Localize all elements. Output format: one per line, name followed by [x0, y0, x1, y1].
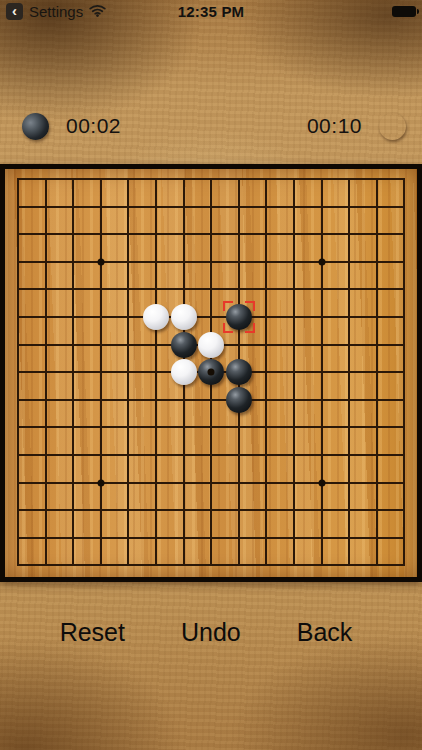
- intersection-c8r11[interactable]: [225, 469, 253, 497]
- intersection-c11r6[interactable]: [308, 331, 336, 359]
- intersection-c7r5[interactable]: [197, 303, 225, 331]
- intersection-c10r9[interactable]: [280, 414, 308, 442]
- intersection-c4r1[interactable]: [115, 193, 143, 221]
- intersection-c9r13[interactable]: [253, 524, 281, 552]
- star-point: [97, 479, 104, 486]
- intersection-c6r6[interactable]: [170, 331, 198, 359]
- back-button[interactable]: Back: [297, 612, 353, 652]
- intersection-c2r13[interactable]: [59, 524, 87, 552]
- intersection-c14r6[interactable]: [391, 331, 419, 359]
- intersection-c1r14[interactable]: [32, 552, 60, 580]
- intersection-c2r1[interactable]: [59, 193, 87, 221]
- intersection-c14r14[interactable]: [391, 552, 419, 580]
- black-stone: [226, 304, 252, 330]
- intersection-c0r11[interactable]: [4, 469, 32, 497]
- intersection-c7r12[interactable]: [197, 496, 225, 524]
- intersection-c6r11[interactable]: [170, 469, 198, 497]
- intersection-c1r12[interactable]: [32, 496, 60, 524]
- intersection-c9r7[interactable]: [253, 358, 281, 386]
- intersection-c2r8[interactable]: [59, 386, 87, 414]
- intersection-c2r14[interactable]: [59, 552, 87, 580]
- intersection-c13r9[interactable]: [363, 414, 391, 442]
- intersection-c3r13[interactable]: [87, 524, 115, 552]
- intersection-c12r2[interactable]: [335, 220, 363, 248]
- intersection-c3r1[interactable]: [87, 193, 115, 221]
- intersection-c5r6[interactable]: [142, 331, 170, 359]
- intersection-c14r1[interactable]: [391, 193, 419, 221]
- intersection-c14r0[interactable]: [391, 165, 419, 193]
- intersection-c3r12[interactable]: [87, 496, 115, 524]
- intersection-c12r7[interactable]: [335, 358, 363, 386]
- intersection-c14r2[interactable]: [391, 220, 419, 248]
- intersection-c9r2[interactable]: [253, 220, 281, 248]
- intersection-c8r9[interactable]: [225, 414, 253, 442]
- intersection-c10r8[interactable]: [280, 386, 308, 414]
- status-time: 12:35 PM: [178, 3, 245, 20]
- black-stone-icon: [22, 113, 49, 140]
- intersection-c2r11[interactable]: [59, 469, 87, 497]
- intersection-c10r2[interactable]: [280, 220, 308, 248]
- intersection-c6r9[interactable]: [170, 414, 198, 442]
- intersection-c9r10[interactable]: [253, 441, 281, 469]
- intersection-c0r8[interactable]: [4, 386, 32, 414]
- intersection-c4r7[interactable]: [115, 358, 143, 386]
- intersection-c0r14[interactable]: [4, 552, 32, 580]
- intersection-c1r1[interactable]: [32, 193, 60, 221]
- intersection-c4r5[interactable]: [115, 303, 143, 331]
- star-point: [208, 369, 215, 376]
- intersection-c0r12[interactable]: [4, 496, 32, 524]
- intersection-c6r14[interactable]: [170, 552, 198, 580]
- intersection-c5r1[interactable]: [142, 193, 170, 221]
- intersection-c1r13[interactable]: [32, 524, 60, 552]
- intersection-c13r0[interactable]: [363, 165, 391, 193]
- intersection-c7r1[interactable]: [197, 193, 225, 221]
- intersection-c2r7[interactable]: [59, 358, 87, 386]
- intersection-c8r1[interactable]: [225, 193, 253, 221]
- battery-icon: [392, 6, 416, 17]
- intersection-c12r5[interactable]: [335, 303, 363, 331]
- intersection-c14r13[interactable]: [391, 524, 419, 552]
- intersection-c14r4[interactable]: [391, 276, 419, 304]
- intersection-c5r13[interactable]: [142, 524, 170, 552]
- intersection-c12r8[interactable]: [335, 386, 363, 414]
- intersection-c9r1[interactable]: [253, 193, 281, 221]
- intersection-c7r13[interactable]: [197, 524, 225, 552]
- star-point: [97, 258, 104, 265]
- intersection-c4r14[interactable]: [115, 552, 143, 580]
- intersection-c4r8[interactable]: [115, 386, 143, 414]
- intersection-c7r2[interactable]: [197, 220, 225, 248]
- intersection-c0r9[interactable]: [4, 414, 32, 442]
- player-clocks: 00:02 00:10: [0, 105, 422, 147]
- intersection-c0r1[interactable]: [4, 193, 32, 221]
- intersection-c4r3[interactable]: [115, 248, 143, 276]
- intersection-c8r6[interactable]: [225, 331, 253, 359]
- white-stone: [171, 359, 197, 385]
- intersection-c9r6[interactable]: [253, 331, 281, 359]
- intersection-c11r14[interactable]: [308, 552, 336, 580]
- undo-button[interactable]: Undo: [181, 612, 241, 652]
- intersection-c1r0[interactable]: [32, 165, 60, 193]
- intersection-c8r2[interactable]: [225, 220, 253, 248]
- intersection-c6r10[interactable]: [170, 441, 198, 469]
- intersection-c9r5[interactable]: [253, 303, 281, 331]
- intersection-c5r9[interactable]: [142, 414, 170, 442]
- intersection-c2r10[interactable]: [59, 441, 87, 469]
- intersection-c10r0[interactable]: [280, 165, 308, 193]
- star-point: [318, 479, 325, 486]
- intersection-c13r8[interactable]: [363, 386, 391, 414]
- intersection-c5r8[interactable]: [142, 386, 170, 414]
- intersection-c10r3[interactable]: [280, 248, 308, 276]
- intersection-c9r11[interactable]: [253, 469, 281, 497]
- grid-lines: [17, 178, 405, 566]
- intersection-c7r9[interactable]: [197, 414, 225, 442]
- intersection-c14r8[interactable]: [391, 386, 419, 414]
- intersection-c5r0[interactable]: [142, 165, 170, 193]
- intersection-c10r1[interactable]: [280, 193, 308, 221]
- intersection-c0r3[interactable]: [4, 248, 32, 276]
- intersection-c8r8[interactable]: [225, 386, 253, 414]
- intersection-c0r7[interactable]: [4, 358, 32, 386]
- intersection-c13r7[interactable]: [363, 358, 391, 386]
- intersection-c7r14[interactable]: [197, 552, 225, 580]
- intersection-c1r6[interactable]: [32, 331, 60, 359]
- intersection-c5r2[interactable]: [142, 220, 170, 248]
- intersection-c6r8[interactable]: [170, 386, 198, 414]
- intersection-c14r11[interactable]: [391, 469, 419, 497]
- intersection-c3r8[interactable]: [87, 386, 115, 414]
- game-board: [0, 164, 422, 582]
- intersection-c0r10[interactable]: [4, 441, 32, 469]
- intersection-c4r9[interactable]: [115, 414, 143, 442]
- intersection-c9r9[interactable]: [253, 414, 281, 442]
- intersection-c7r4[interactable]: [197, 276, 225, 304]
- intersection-c13r1[interactable]: [363, 193, 391, 221]
- intersection-c11r13[interactable]: [308, 524, 336, 552]
- intersection-c7r8[interactable]: [197, 386, 225, 414]
- back-app-label[interactable]: Settings: [29, 3, 83, 20]
- intersection-c9r3[interactable]: [253, 248, 281, 276]
- intersection-c13r13[interactable]: [363, 524, 391, 552]
- intersection-c9r14[interactable]: [253, 552, 281, 580]
- intersection-c3r4[interactable]: [87, 276, 115, 304]
- black-stone: [171, 332, 197, 358]
- intersection-c13r6[interactable]: [363, 331, 391, 359]
- intersection-c5r11[interactable]: [142, 469, 170, 497]
- black-clock-time: 00:02: [66, 114, 121, 138]
- intersection-c12r3[interactable]: [335, 248, 363, 276]
- intersection-c10r12[interactable]: [280, 496, 308, 524]
- intersection-c4r13[interactable]: [115, 524, 143, 552]
- intersection-c2r4[interactable]: [59, 276, 87, 304]
- reset-button[interactable]: Reset: [60, 612, 125, 652]
- intersection-c14r9[interactable]: [391, 414, 419, 442]
- intersection-c2r0[interactable]: [59, 165, 87, 193]
- intersection-c4r2[interactable]: [115, 220, 143, 248]
- intersection-c0r2[interactable]: [4, 220, 32, 248]
- intersection-c2r9[interactable]: [59, 414, 87, 442]
- intersection-c4r12[interactable]: [115, 496, 143, 524]
- intersection-c6r3[interactable]: [170, 248, 198, 276]
- back-to-settings-button[interactable]: ‹: [6, 3, 23, 20]
- intersection-c8r13[interactable]: [225, 524, 253, 552]
- intersection-c11r9[interactable]: [308, 414, 336, 442]
- intersection-c10r14[interactable]: [280, 552, 308, 580]
- intersection-c12r9[interactable]: [335, 414, 363, 442]
- intersection-c12r12[interactable]: [335, 496, 363, 524]
- intersection-c6r1[interactable]: [170, 193, 198, 221]
- intersection-c3r10[interactable]: [87, 441, 115, 469]
- intersection-c6r0[interactable]: [170, 165, 198, 193]
- intersection-c5r4[interactable]: [142, 276, 170, 304]
- intersection-c10r7[interactable]: [280, 358, 308, 386]
- white-stone-icon: [379, 113, 406, 140]
- intersection-c1r5[interactable]: [32, 303, 60, 331]
- intersection-c4r4[interactable]: [115, 276, 143, 304]
- intersection-c12r0[interactable]: [335, 165, 363, 193]
- back-chevron-icon: ‹: [12, 3, 17, 18]
- intersection-c14r12[interactable]: [391, 496, 419, 524]
- intersection-c8r12[interactable]: [225, 496, 253, 524]
- intersection-c1r4[interactable]: [32, 276, 60, 304]
- intersection-c11r7[interactable]: [308, 358, 336, 386]
- intersection-c10r11[interactable]: [280, 469, 308, 497]
- intersection-c13r2[interactable]: [363, 220, 391, 248]
- intersection-c0r0[interactable]: [4, 165, 32, 193]
- intersection-c6r2[interactable]: [170, 220, 198, 248]
- intersection-c7r10[interactable]: [197, 441, 225, 469]
- intersection-c5r10[interactable]: [142, 441, 170, 469]
- intersection-c10r4[interactable]: [280, 276, 308, 304]
- intersection-c14r3[interactable]: [391, 248, 419, 276]
- intersection-c0r13[interactable]: [4, 524, 32, 552]
- intersection-c12r4[interactable]: [335, 276, 363, 304]
- intersection-c3r0[interactable]: [87, 165, 115, 193]
- intersection-c6r12[interactable]: [170, 496, 198, 524]
- intersection-c14r10[interactable]: [391, 441, 419, 469]
- intersection-c2r2[interactable]: [59, 220, 87, 248]
- intersection-c13r14[interactable]: [363, 552, 391, 580]
- intersection-c12r10[interactable]: [335, 441, 363, 469]
- intersection-c7r11[interactable]: [197, 469, 225, 497]
- status-bar: ‹ Settings 12:35 PM: [0, 0, 422, 22]
- intersection-c4r0[interactable]: [115, 165, 143, 193]
- intersection-c0r4[interactable]: [4, 276, 32, 304]
- intersection-c11r8[interactable]: [308, 386, 336, 414]
- intersection-c9r4[interactable]: [253, 276, 281, 304]
- intersection-c10r10[interactable]: [280, 441, 308, 469]
- intersection-c3r2[interactable]: [87, 220, 115, 248]
- intersection-c1r2[interactable]: [32, 220, 60, 248]
- intersection-c3r7[interactable]: [87, 358, 115, 386]
- intersection-c0r5[interactable]: [4, 303, 32, 331]
- intersection-c13r4[interactable]: [363, 276, 391, 304]
- intersection-c4r6[interactable]: [115, 331, 143, 359]
- intersection-c8r5[interactable]: [225, 303, 253, 331]
- intersection-c11r12[interactable]: [308, 496, 336, 524]
- intersection-c3r5[interactable]: [87, 303, 115, 331]
- intersection-c13r5[interactable]: [363, 303, 391, 331]
- gomoku-app-screen: ‹ Settings 12:35 PM 00:02: [0, 0, 422, 750]
- intersection-c9r0[interactable]: [253, 165, 281, 193]
- intersection-c5r14[interactable]: [142, 552, 170, 580]
- intersection-c7r0[interactable]: [197, 165, 225, 193]
- white-clock-time: 00:10: [307, 114, 362, 138]
- intersection-c10r6[interactable]: [280, 331, 308, 359]
- intersection-c12r11[interactable]: [335, 469, 363, 497]
- intersection-c12r14[interactable]: [335, 552, 363, 580]
- intersection-c11r5[interactable]: [308, 303, 336, 331]
- black-stone: [226, 359, 252, 385]
- intersection-c3r6[interactable]: [87, 331, 115, 359]
- intersection-c8r7[interactable]: [225, 358, 253, 386]
- intersection-c4r10[interactable]: [115, 441, 143, 469]
- intersection-c8r0[interactable]: [225, 165, 253, 193]
- white-stone: [198, 332, 224, 358]
- intersection-c8r3[interactable]: [225, 248, 253, 276]
- intersection-c6r5[interactable]: [170, 303, 198, 331]
- intersection-c2r3[interactable]: [59, 248, 87, 276]
- intersection-c9r8[interactable]: [253, 386, 281, 414]
- intersection-c12r13[interactable]: [335, 524, 363, 552]
- white-stone: [171, 304, 197, 330]
- intersection-c10r5[interactable]: [280, 303, 308, 331]
- intersection-c9r12[interactable]: [253, 496, 281, 524]
- intersection-c13r10[interactable]: [363, 441, 391, 469]
- intersection-c14r5[interactable]: [391, 303, 419, 331]
- intersection-c11r0[interactable]: [308, 165, 336, 193]
- intersection-c6r7[interactable]: [170, 358, 198, 386]
- intersection-c11r4[interactable]: [308, 276, 336, 304]
- intersection-c11r1[interactable]: [308, 193, 336, 221]
- intersection-c2r12[interactable]: [59, 496, 87, 524]
- board-wood: [5, 169, 417, 577]
- intersection-c2r6[interactable]: [59, 331, 87, 359]
- intersection-c11r2[interactable]: [308, 220, 336, 248]
- intersection-c7r3[interactable]: [197, 248, 225, 276]
- intersection-c5r7[interactable]: [142, 358, 170, 386]
- intersection-c1r10[interactable]: [32, 441, 60, 469]
- intersection-c5r12[interactable]: [142, 496, 170, 524]
- bottom-toolbar: Reset Undo Back: [0, 612, 422, 652]
- intersection-c1r9[interactable]: [32, 414, 60, 442]
- intersection-c12r6[interactable]: [335, 331, 363, 359]
- intersection-c8r10[interactable]: [225, 441, 253, 469]
- intersection-c1r8[interactable]: [32, 386, 60, 414]
- intersection-c13r3[interactable]: [363, 248, 391, 276]
- intersection-c12r1[interactable]: [335, 193, 363, 221]
- intersection-c13r12[interactable]: [363, 496, 391, 524]
- intersection-c3r9[interactable]: [87, 414, 115, 442]
- intersection-c5r3[interactable]: [142, 248, 170, 276]
- intersection-c1r11[interactable]: [32, 469, 60, 497]
- white-player-clock: 00:10: [307, 113, 406, 140]
- intersection-c5r5[interactable]: [142, 303, 170, 331]
- black-player-clock: 00:02: [22, 113, 121, 140]
- intersection-c8r14[interactable]: [225, 552, 253, 580]
- intersection-c13r11[interactable]: [363, 469, 391, 497]
- intersection-c6r4[interactable]: [170, 276, 198, 304]
- intersection-c8r4[interactable]: [225, 276, 253, 304]
- intersection-c1r3[interactable]: [32, 248, 60, 276]
- star-point: [318, 258, 325, 265]
- intersection-c10r13[interactable]: [280, 524, 308, 552]
- intersection-c0r6[interactable]: [4, 331, 32, 359]
- intersection-c6r13[interactable]: [170, 524, 198, 552]
- intersection-c14r7[interactable]: [391, 358, 419, 386]
- intersection-c1r7[interactable]: [32, 358, 60, 386]
- intersection-c11r10[interactable]: [308, 441, 336, 469]
- white-stone: [143, 304, 169, 330]
- intersection-c2r5[interactable]: [59, 303, 87, 331]
- black-stone: [226, 387, 252, 413]
- intersection-c7r6[interactable]: [197, 331, 225, 359]
- wifi-icon: [89, 5, 106, 17]
- intersection-c3r14[interactable]: [87, 552, 115, 580]
- intersection-c4r11[interactable]: [115, 469, 143, 497]
